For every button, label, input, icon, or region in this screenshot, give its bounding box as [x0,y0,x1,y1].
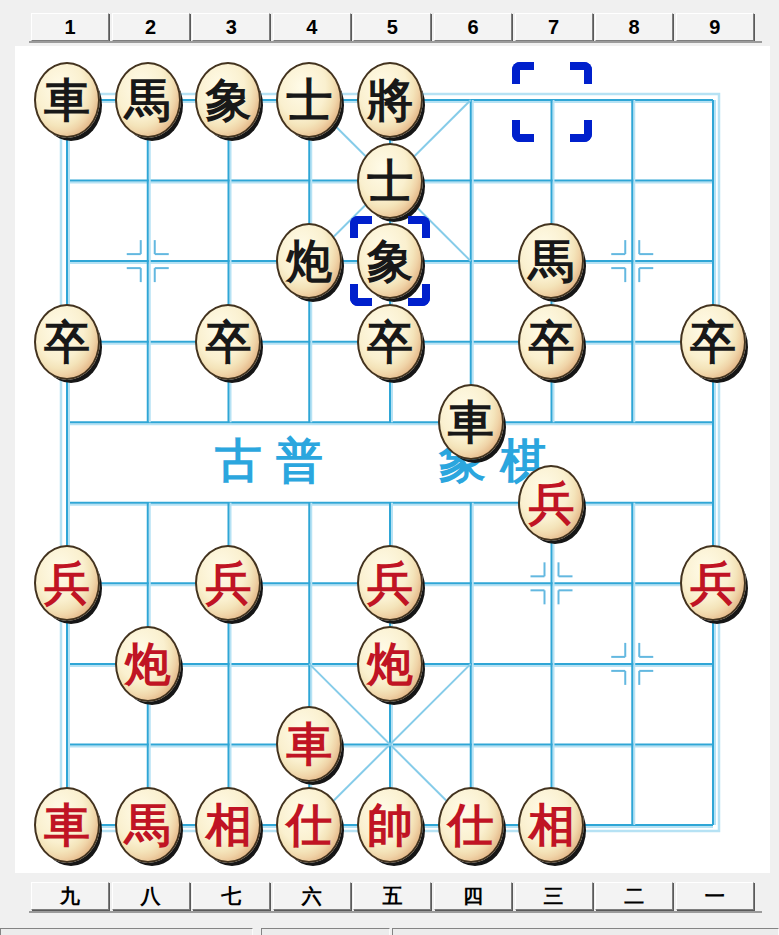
piece-red-兵-f7r6[interactable]: 兵 [518,465,584,541]
file-button-top-8[interactable]: 8 [595,13,673,41]
piece-red-相-f3r10[interactable]: 相 [195,787,261,863]
file-button-bottom-7[interactable]: 三 [515,882,593,910]
file-button-top-1[interactable]: 1 [31,13,109,41]
piece-black-士-f5r2[interactable]: 士 [357,143,423,219]
file-button-bottom-3[interactable]: 七 [192,882,270,910]
piece-red-車-f1r10[interactable]: 車 [34,787,100,863]
file-button-bottom-4[interactable]: 六 [273,882,351,910]
status-pane [261,928,390,935]
piece-red-兵-f5r7[interactable]: 兵 [357,545,423,621]
file-button-top-6[interactable]: 6 [434,13,512,41]
piece-black-卒-f1r4[interactable]: 卒 [34,304,100,380]
piece-red-炮-f5r8[interactable]: 炮 [357,626,423,702]
xiangqi-board[interactable]: 古普 象棋 車馬象士將士炮象馬卒卒卒卒卒車兵兵兵兵兵炮炮車車馬相仕帥仕相 [15,46,770,873]
file-button-top-5[interactable]: 5 [353,13,431,41]
piece-red-兵-f3r7[interactable]: 兵 [195,545,261,621]
piece-black-炮-f4r3[interactable]: 炮 [276,223,342,299]
status-pane [0,928,253,935]
piece-black-馬-f7r3[interactable]: 馬 [518,223,584,299]
status-pane [392,928,779,935]
piece-red-兵-f9r7[interactable]: 兵 [680,545,746,621]
file-button-top-7[interactable]: 7 [515,13,593,41]
file-button-bottom-6[interactable]: 四 [434,882,512,910]
file-button-top-2[interactable]: 2 [112,13,190,41]
top-file-ruler: 123456789 [31,13,754,41]
piece-black-象-f3r1[interactable]: 象 [195,62,261,138]
file-button-top-4[interactable]: 4 [273,13,351,41]
piece-black-士-f4r1[interactable]: 士 [276,62,342,138]
piece-black-卒-f9r4[interactable]: 卒 [680,304,746,380]
piece-red-車-f4r9[interactable]: 車 [276,706,342,782]
bottom-ruler-shadow [29,911,762,913]
piece-black-象-f5r3[interactable]: 象 [357,223,423,299]
piece-black-馬-f2r1[interactable]: 馬 [115,62,181,138]
file-button-bottom-8[interactable]: 二 [595,882,673,910]
piece-black-卒-f7r4[interactable]: 卒 [518,304,584,380]
piece-red-炮-f2r8[interactable]: 炮 [115,626,181,702]
piece-red-帥-f5r10[interactable]: 帥 [357,787,423,863]
piece-black-車-f6r5[interactable]: 車 [438,384,504,460]
file-button-bottom-2[interactable]: 八 [112,882,190,910]
file-button-bottom-5[interactable]: 五 [353,882,431,910]
piece-black-卒-f3r4[interactable]: 卒 [195,304,261,380]
bottom-file-ruler: 九八七六五四三二一 [31,882,754,910]
file-button-top-3[interactable]: 3 [192,13,270,41]
piece-red-相-f7r10[interactable]: 相 [518,787,584,863]
piece-red-仕-f6r10[interactable]: 仕 [438,787,504,863]
piece-black-卒-f5r4[interactable]: 卒 [357,304,423,380]
file-button-top-9[interactable]: 9 [676,13,754,41]
piece-black-車-f1r1[interactable]: 車 [34,62,100,138]
piece-black-將-f5r1[interactable]: 將 [357,62,423,138]
piece-red-兵-f1r7[interactable]: 兵 [34,545,100,621]
piece-red-馬-f2r10[interactable]: 馬 [115,787,181,863]
file-button-bottom-1[interactable]: 九 [31,882,109,910]
piece-red-仕-f4r10[interactable]: 仕 [276,787,342,863]
file-button-bottom-9[interactable]: 一 [676,882,754,910]
top-ruler-shadow [29,41,762,43]
pieces-layer: 車馬象士將士炮象馬卒卒卒卒卒車兵兵兵兵兵炮炮車車馬相仕帥仕相 [27,60,754,865]
